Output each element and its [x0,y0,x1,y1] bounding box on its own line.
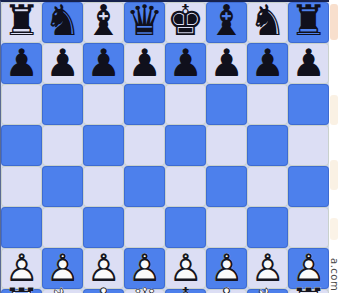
piece-fill-layer: ♝ [206,2,247,43]
square-c4[interactable] [83,166,124,207]
piece-white-pawn[interactable]: ♟♙ [288,248,329,289]
piece-white-rook[interactable]: ♜♖ [288,289,329,293]
square-f5[interactable] [206,125,247,166]
piece-white-bishop[interactable]: ♝♗ [206,289,247,293]
chess-app: ♜♞♝♛♚♝♞♜♟♟♟♟♟♟♟♟♟♙♟♙♟♙♟♙♟♙♟♙♟♙♟♙♜♖♞♘♝♗♛♕… [0,0,340,293]
piece-fill-layer: ♜ [288,289,329,293]
piece-outline-layer: ♙ [288,248,329,289]
piece-black-pawn[interactable]: ♟ [83,43,124,84]
square-g3[interactable] [247,207,288,248]
piece-black-rook[interactable]: ♜ [288,2,329,43]
square-b3[interactable] [42,207,83,248]
piece-fill-layer: ♟ [83,43,124,84]
piece-white-king[interactable]: ♚♔ [165,289,206,293]
piece-fill-layer: ♟ [288,43,329,84]
piece-fill-layer: ♜ [1,2,42,43]
square-h7[interactable]: ♟ [288,43,329,84]
piece-outline-layer: ♙ [206,248,247,289]
square-b2[interactable]: ♟♙ [42,248,83,289]
watermark-faint-mark [330,160,338,190]
piece-fill-layer: ♝ [83,289,124,293]
square-a7[interactable]: ♟ [1,43,42,84]
square-e5[interactable] [165,125,206,166]
piece-fill-layer: ♝ [83,2,124,43]
square-e2[interactable]: ♟♙ [165,248,206,289]
square-e6[interactable] [165,84,206,125]
square-f7[interactable]: ♟ [206,43,247,84]
piece-white-pawn[interactable]: ♟♙ [83,248,124,289]
piece-outline-layer: ♙ [42,248,83,289]
piece-fill-layer: ♚ [165,2,206,43]
piece-fill-layer: ♟ [124,43,165,84]
watermark-faint-mark [330,95,338,125]
square-h6[interactable] [288,84,329,125]
piece-white-queen[interactable]: ♛♕ [124,289,165,293]
piece-fill-layer: ♟ [42,248,83,289]
square-d5[interactable] [124,125,165,166]
piece-fill-layer: ♞ [247,2,288,43]
piece-white-pawn[interactable]: ♟♙ [42,248,83,289]
piece-fill-layer: ♞ [42,289,83,293]
watermark-strip: a.com [329,0,340,293]
piece-outline-layer: ♗ [206,289,247,293]
piece-fill-layer: ♟ [165,43,206,84]
watermark-faint-mark [330,4,338,40]
chess-board: ♜♞♝♛♚♝♞♜♟♟♟♟♟♟♟♟♟♙♟♙♟♙♟♙♟♙♟♙♟♙♟♙♜♖♞♘♝♗♛♕… [0,0,329,293]
square-h5[interactable] [288,125,329,166]
piece-black-king[interactable]: ♚ [165,2,206,43]
square-d4[interactable] [124,166,165,207]
square-h1[interactable]: ♜♖ [288,289,329,293]
square-e1[interactable]: ♚♔ [165,289,206,293]
piece-fill-layer: ♟ [165,248,206,289]
piece-outline-layer: ♗ [83,289,124,293]
piece-outline-layer: ♘ [247,289,288,293]
piece-fill-layer: ♞ [247,289,288,293]
piece-black-pawn[interactable]: ♟ [1,43,42,84]
piece-outline-layer: ♙ [83,248,124,289]
square-f6[interactable] [206,84,247,125]
piece-fill-layer: ♟ [288,248,329,289]
piece-white-pawn[interactable]: ♟♙ [247,248,288,289]
piece-fill-layer: ♛ [124,2,165,43]
piece-outline-layer: ♔ [165,289,206,293]
square-b4[interactable] [42,166,83,207]
piece-outline-layer: ♙ [165,248,206,289]
square-d7[interactable]: ♟ [124,43,165,84]
square-a2[interactable]: ♟♙ [1,248,42,289]
square-a4[interactable] [1,166,42,207]
piece-fill-layer: ♟ [42,43,83,84]
piece-black-bishop[interactable]: ♝ [83,2,124,43]
square-a6[interactable] [1,84,42,125]
piece-white-knight[interactable]: ♞♘ [247,289,288,293]
square-c7[interactable]: ♟ [83,43,124,84]
square-a3[interactable] [1,207,42,248]
square-d2[interactable]: ♟♙ [124,248,165,289]
piece-outline-layer: ♖ [288,289,329,293]
square-h4[interactable] [288,166,329,207]
square-g1[interactable]: ♞♘ [247,289,288,293]
square-c8[interactable]: ♝ [83,2,124,43]
square-b6[interactable] [42,84,83,125]
piece-black-bishop[interactable]: ♝ [206,2,247,43]
piece-outline-layer: ♘ [42,289,83,293]
piece-outline-layer: ♙ [247,248,288,289]
square-b8[interactable]: ♞ [42,2,83,43]
piece-outline-layer: ♕ [124,289,165,293]
piece-fill-layer: ♛ [124,289,165,293]
square-g6[interactable] [247,84,288,125]
square-d1[interactable]: ♛♕ [124,289,165,293]
piece-white-pawn[interactable]: ♟♙ [206,248,247,289]
square-f2[interactable]: ♟♙ [206,248,247,289]
square-c5[interactable] [83,125,124,166]
watermark-text: a.com [329,258,340,291]
square-d3[interactable] [124,207,165,248]
square-f1[interactable]: ♝♗ [206,289,247,293]
piece-fill-layer: ♟ [124,248,165,289]
square-a5[interactable] [1,125,42,166]
square-g7[interactable]: ♟ [247,43,288,84]
piece-fill-layer: ♟ [247,248,288,289]
piece-white-rook[interactable]: ♜♖ [1,289,42,293]
square-b1[interactable]: ♞♘ [42,289,83,293]
piece-black-pawn[interactable]: ♟ [165,43,206,84]
square-a1[interactable]: ♜♖ [1,289,42,293]
piece-black-pawn[interactable]: ♟ [206,43,247,84]
piece-outline-layer: ♖ [1,289,42,293]
square-e7[interactable]: ♟ [165,43,206,84]
piece-fill-layer: ♞ [42,2,83,43]
piece-black-rook[interactable]: ♜ [1,2,42,43]
piece-fill-layer: ♟ [206,43,247,84]
square-h8[interactable]: ♜ [288,2,329,43]
piece-fill-layer: ♜ [288,2,329,43]
piece-white-pawn[interactable]: ♟♙ [165,248,206,289]
piece-fill-layer: ♜ [1,289,42,293]
square-f3[interactable] [206,207,247,248]
square-g5[interactable] [247,125,288,166]
piece-black-pawn[interactable]: ♟ [247,43,288,84]
piece-fill-layer: ♟ [83,248,124,289]
square-c6[interactable] [83,84,124,125]
piece-black-pawn[interactable]: ♟ [288,43,329,84]
piece-black-pawn[interactable]: ♟ [124,43,165,84]
square-d8[interactable]: ♛ [124,2,165,43]
square-h2[interactable]: ♟♙ [288,248,329,289]
square-g4[interactable] [247,166,288,207]
square-d6[interactable] [124,84,165,125]
piece-fill-layer: ♟ [206,248,247,289]
square-c2[interactable]: ♟♙ [83,248,124,289]
piece-fill-layer: ♝ [206,289,247,293]
piece-outline-layer: ♙ [124,248,165,289]
piece-black-pawn[interactable]: ♟ [42,43,83,84]
piece-outline-layer: ♙ [1,248,42,289]
square-e3[interactable] [165,207,206,248]
square-b5[interactable] [42,125,83,166]
square-g2[interactable]: ♟♙ [247,248,288,289]
piece-black-knight[interactable]: ♞ [42,2,83,43]
piece-white-pawn[interactable]: ♟♙ [1,248,42,289]
piece-white-knight[interactable]: ♞♘ [42,289,83,293]
square-c1[interactable]: ♝♗ [83,289,124,293]
square-a8[interactable]: ♜ [1,2,42,43]
square-g8[interactable]: ♞ [247,2,288,43]
square-f4[interactable] [206,166,247,207]
square-f8[interactable]: ♝ [206,2,247,43]
piece-black-knight[interactable]: ♞ [247,2,288,43]
piece-fill-layer: ♟ [1,248,42,289]
piece-white-bishop[interactable]: ♝♗ [83,289,124,293]
square-b7[interactable]: ♟ [42,43,83,84]
square-h3[interactable] [288,207,329,248]
square-e8[interactable]: ♚ [165,2,206,43]
piece-fill-layer: ♟ [247,43,288,84]
watermark-faint-mark [330,218,338,240]
square-c3[interactable] [83,207,124,248]
piece-black-queen[interactable]: ♛ [124,2,165,43]
piece-fill-layer: ♚ [165,289,206,293]
piece-white-pawn[interactable]: ♟♙ [124,248,165,289]
piece-fill-layer: ♟ [1,43,42,84]
square-e4[interactable] [165,166,206,207]
